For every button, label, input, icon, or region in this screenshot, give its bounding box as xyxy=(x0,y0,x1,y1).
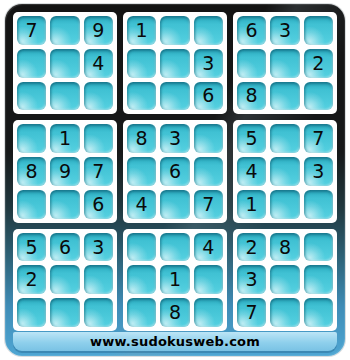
cell-digit: 8 xyxy=(246,86,258,105)
sudoku-grid: 794136632818976836475743156324182837 xyxy=(13,12,337,331)
cell-r4c9: 7 xyxy=(304,124,333,153)
cell-r2c2[interactable] xyxy=(50,49,79,78)
cell-digit: 7 xyxy=(26,21,38,40)
cell-r5c9: 3 xyxy=(304,157,333,186)
box-2-3: 57431 xyxy=(233,120,337,222)
cell-digit: 3 xyxy=(169,129,181,148)
box-3-3: 2837 xyxy=(233,229,337,331)
cell-r1c6[interactable] xyxy=(194,16,223,45)
cell-r8c7: 3 xyxy=(237,265,266,294)
cell-r1c3: 9 xyxy=(84,16,113,45)
cell-r5c7: 4 xyxy=(237,157,266,186)
cell-digit: 3 xyxy=(312,162,324,181)
cell-r9c2[interactable] xyxy=(50,298,79,327)
cell-digit: 4 xyxy=(246,162,258,181)
cell-digit: 2 xyxy=(312,54,324,73)
cell-r7c1: 5 xyxy=(17,233,46,262)
cell-digit: 1 xyxy=(246,195,258,214)
cell-r6c6: 7 xyxy=(194,190,223,219)
cell-r8c3[interactable] xyxy=(84,265,113,294)
cell-digit: 9 xyxy=(59,162,71,181)
cell-r1c8: 3 xyxy=(270,16,299,45)
cell-r1c1: 7 xyxy=(17,16,46,45)
cell-r5c6[interactable] xyxy=(194,157,223,186)
cell-r6c8[interactable] xyxy=(270,190,299,219)
cell-r3c3[interactable] xyxy=(84,82,113,111)
cell-digit: 6 xyxy=(92,195,104,214)
cell-r9c4[interactable] xyxy=(127,298,156,327)
cell-digit: 6 xyxy=(202,86,214,105)
cell-digit: 5 xyxy=(26,238,38,257)
cell-r7c6: 4 xyxy=(194,233,223,262)
cell-r8c5: 1 xyxy=(160,265,189,294)
cell-digit: 3 xyxy=(92,238,104,257)
cell-digit: 4 xyxy=(92,54,104,73)
cell-r7c7: 2 xyxy=(237,233,266,262)
cell-r5c8[interactable] xyxy=(270,157,299,186)
board-frame: 794136632818976836475743156324182837 www… xyxy=(5,4,345,356)
cell-r5c4[interactable] xyxy=(127,157,156,186)
cell-r7c9[interactable] xyxy=(304,233,333,262)
cell-digit: 8 xyxy=(26,162,38,181)
box-2-2: 83647 xyxy=(123,120,227,222)
cell-r8c1: 2 xyxy=(17,265,46,294)
cell-r6c1[interactable] xyxy=(17,190,46,219)
cell-r2c6: 3 xyxy=(194,49,223,78)
cell-digit: 3 xyxy=(246,270,258,289)
cell-r1c7: 6 xyxy=(237,16,266,45)
cell-r4c5: 3 xyxy=(160,124,189,153)
box-3-2: 418 xyxy=(123,229,227,331)
cell-r3c4[interactable] xyxy=(127,82,156,111)
cell-r2c7[interactable] xyxy=(237,49,266,78)
cell-r8c6[interactable] xyxy=(194,265,223,294)
cell-digit: 3 xyxy=(279,21,291,40)
cell-r7c2: 6 xyxy=(50,233,79,262)
cell-r8c9[interactable] xyxy=(304,265,333,294)
cell-r4c8[interactable] xyxy=(270,124,299,153)
cell-r9c6[interactable] xyxy=(194,298,223,327)
cell-r6c5[interactable] xyxy=(160,190,189,219)
cell-r3c6: 6 xyxy=(194,82,223,111)
cell-r4c2: 1 xyxy=(50,124,79,153)
cell-r6c9[interactable] xyxy=(304,190,333,219)
box-1-1: 794 xyxy=(13,12,117,114)
cell-digit: 6 xyxy=(59,238,71,257)
cell-digit: 5 xyxy=(246,129,258,148)
cell-r8c2[interactable] xyxy=(50,265,79,294)
cell-r9c1[interactable] xyxy=(17,298,46,327)
box-1-3: 6328 xyxy=(233,12,337,114)
cell-r7c4[interactable] xyxy=(127,233,156,262)
cell-digit: 8 xyxy=(136,129,148,148)
cell-r5c3: 7 xyxy=(84,157,113,186)
cell-r9c5: 8 xyxy=(160,298,189,327)
cell-digit: 1 xyxy=(136,21,148,40)
cell-r9c7: 7 xyxy=(237,298,266,327)
cell-r5c1: 8 xyxy=(17,157,46,186)
cell-digit: 4 xyxy=(136,195,148,214)
cell-r1c5[interactable] xyxy=(160,16,189,45)
cell-digit: 4 xyxy=(202,238,214,257)
cell-r7c5[interactable] xyxy=(160,233,189,262)
cell-r2c3: 4 xyxy=(84,49,113,78)
cell-r2c8[interactable] xyxy=(270,49,299,78)
cell-digit: 8 xyxy=(279,238,291,257)
box-3-1: 5632 xyxy=(13,229,117,331)
cell-r9c9[interactable] xyxy=(304,298,333,327)
cell-r8c8[interactable] xyxy=(270,265,299,294)
box-2-1: 18976 xyxy=(13,120,117,222)
cell-r9c8[interactable] xyxy=(270,298,299,327)
cell-r8c4[interactable] xyxy=(127,265,156,294)
cell-r1c9[interactable] xyxy=(304,16,333,45)
cell-digit: 1 xyxy=(59,129,71,148)
cell-r1c2[interactable] xyxy=(50,16,79,45)
cell-r4c7: 5 xyxy=(237,124,266,153)
cell-r6c4: 4 xyxy=(127,190,156,219)
cell-r6c7: 1 xyxy=(237,190,266,219)
cell-r3c1[interactable] xyxy=(17,82,46,111)
cell-r2c9: 2 xyxy=(304,49,333,78)
cell-digit: 6 xyxy=(246,21,258,40)
cell-r5c2: 9 xyxy=(50,157,79,186)
cell-digit: 2 xyxy=(26,270,38,289)
site-url[interactable]: www.sudokusweb.com xyxy=(90,334,260,349)
cell-r4c1[interactable] xyxy=(17,124,46,153)
cell-r4c6[interactable] xyxy=(194,124,223,153)
footer-bar: www.sudokusweb.com xyxy=(13,332,337,351)
cell-r2c4[interactable] xyxy=(127,49,156,78)
cell-digit: 8 xyxy=(169,303,181,322)
cell-r7c3: 3 xyxy=(84,233,113,262)
cell-digit: 7 xyxy=(312,129,324,148)
cell-r3c8[interactable] xyxy=(270,82,299,111)
cell-r3c9[interactable] xyxy=(304,82,333,111)
cell-r3c5[interactable] xyxy=(160,82,189,111)
cell-digit: 1 xyxy=(169,270,181,289)
cell-r6c2[interactable] xyxy=(50,190,79,219)
cell-r6c3: 6 xyxy=(84,190,113,219)
cell-r4c4: 8 xyxy=(127,124,156,153)
cell-r9c3[interactable] xyxy=(84,298,113,327)
cell-digit: 7 xyxy=(92,162,104,181)
page-background: 794136632818976836475743156324182837 www… xyxy=(0,0,350,360)
cell-r2c5[interactable] xyxy=(160,49,189,78)
cell-r3c2[interactable] xyxy=(50,82,79,111)
cell-r7c8: 8 xyxy=(270,233,299,262)
cell-r5c5: 6 xyxy=(160,157,189,186)
cell-digit: 2 xyxy=(246,238,258,257)
cell-digit: 7 xyxy=(202,195,214,214)
cell-digit: 3 xyxy=(202,54,214,73)
cell-r3c7: 8 xyxy=(237,82,266,111)
cell-r1c4: 1 xyxy=(127,16,156,45)
box-1-2: 136 xyxy=(123,12,227,114)
cell-digit: 6 xyxy=(169,162,181,181)
cell-r4c3[interactable] xyxy=(84,124,113,153)
cell-digit: 7 xyxy=(246,303,258,322)
cell-digit: 9 xyxy=(92,21,104,40)
cell-r2c1[interactable] xyxy=(17,49,46,78)
